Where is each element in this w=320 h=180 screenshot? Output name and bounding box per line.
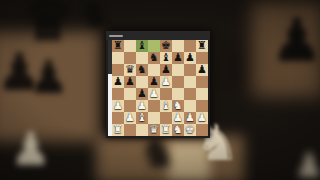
- square-g1[interactable]: ♚: [184, 124, 196, 136]
- window-title-text: [109, 35, 123, 37]
- square-b5[interactable]: ♟: [124, 76, 136, 88]
- square-d7[interactable]: ♞: [148, 52, 160, 64]
- piece-black-pawn: ♟: [184, 52, 196, 64]
- piece-black-knight: ♞: [148, 52, 160, 64]
- piece-white-king: ♚: [184, 124, 196, 136]
- square-h4[interactable]: [196, 88, 208, 100]
- piece-white-pawn: ♟: [196, 112, 208, 124]
- blurred-white-pawn-bottom-left: ♟: [10, 126, 51, 172]
- square-a3[interactable]: ♟: [112, 100, 124, 112]
- blurred-black-pawn-right: ♟: [270, 10, 320, 70]
- square-f1[interactable]: ♞: [172, 124, 184, 136]
- square-f7[interactable]: ♟: [172, 52, 184, 64]
- piece-white-bishop: ♝: [136, 112, 148, 124]
- square-a7[interactable]: [112, 52, 124, 64]
- square-d1[interactable]: ♛: [148, 124, 160, 136]
- piece-white-pawn: ♟: [148, 88, 160, 100]
- square-c6[interactable]: ♞: [136, 64, 148, 76]
- piece-white-pawn: ♟: [160, 76, 172, 88]
- blurred-black-knight-top: ♞: [78, 0, 112, 32]
- square-e1[interactable]: ♜: [160, 124, 172, 136]
- piece-white-rook: ♜: [112, 124, 124, 136]
- piece-black-knight: ♞: [136, 64, 148, 76]
- video-frame: ♛♞♟♟♟♝♟♞♞♟ ♜♝♚♜♞♝♟♟♛♞♟♟♟♟♟♟♟♟♟♟♝♞♟♝♟♟♟♜♛…: [0, 0, 320, 180]
- piece-black-rook: ♜: [112, 40, 124, 52]
- square-h1[interactable]: [196, 124, 208, 136]
- piece-black-bishop: ♝: [136, 40, 148, 52]
- window-content: ♜♝♚♜♞♝♟♟♛♞♟♟♟♟♟♟♟♟♟♟♝♞♟♝♟♟♟♜♛♜♞♚: [106, 40, 210, 136]
- square-c2[interactable]: ♝: [136, 112, 148, 124]
- chess-board[interactable]: ♜♝♚♜♞♝♟♟♛♞♟♟♟♟♟♟♟♟♟♟♝♞♟♝♟♟♟♜♛♜♞♚: [112, 40, 208, 136]
- piece-white-knight: ♞: [172, 124, 184, 136]
- piece-white-pawn: ♟: [112, 100, 124, 112]
- blurred-black-bishop-right: ♝: [214, 46, 252, 88]
- square-b1[interactable]: [124, 124, 136, 136]
- square-g4[interactable]: [184, 88, 196, 100]
- analysis-board-window: ♜♝♚♜♞♝♟♟♛♞♟♟♟♟♟♟♟♟♟♟♝♞♟♝♟♟♟♜♛♜♞♚: [106, 31, 210, 138]
- piece-black-pawn: ♟: [196, 64, 208, 76]
- square-b8[interactable]: [124, 40, 136, 52]
- square-h2[interactable]: ♟: [196, 112, 208, 124]
- square-a8[interactable]: ♜: [112, 40, 124, 52]
- square-f5[interactable]: [172, 76, 184, 88]
- piece-white-pawn: ♟: [124, 112, 136, 124]
- square-b2[interactable]: ♟: [124, 112, 136, 124]
- piece-black-rook: ♜: [196, 40, 208, 52]
- square-a1[interactable]: ♜: [112, 124, 124, 136]
- piece-black-pawn: ♟: [124, 76, 136, 88]
- square-d3[interactable]: [148, 100, 160, 112]
- square-e3[interactable]: ♝: [160, 100, 172, 112]
- square-g7[interactable]: ♟: [184, 52, 196, 64]
- square-h5[interactable]: [196, 76, 208, 88]
- piece-white-rook: ♜: [160, 124, 172, 136]
- blurred-white-pawn-corner: ♟: [294, 148, 320, 180]
- square-e5[interactable]: ♟: [160, 76, 172, 88]
- square-h8[interactable]: ♜: [196, 40, 208, 52]
- piece-white-queen: ♛: [148, 124, 160, 136]
- piece-white-bishop: ♝: [160, 100, 172, 112]
- square-c1[interactable]: [136, 124, 148, 136]
- piece-black-pawn: ♟: [112, 76, 124, 88]
- piece-black-pawn: ♟: [172, 52, 184, 64]
- blurred-black-pawn-left-2: ♟: [28, 54, 69, 100]
- square-h6[interactable]: ♟: [196, 64, 208, 76]
- square-a5[interactable]: ♟: [112, 76, 124, 88]
- square-g6[interactable]: [184, 64, 196, 76]
- square-f6[interactable]: [172, 64, 184, 76]
- square-b4[interactable]: [124, 88, 136, 100]
- square-g5[interactable]: [184, 76, 196, 88]
- square-d4[interactable]: ♟: [148, 88, 160, 100]
- square-c8[interactable]: ♝: [136, 40, 148, 52]
